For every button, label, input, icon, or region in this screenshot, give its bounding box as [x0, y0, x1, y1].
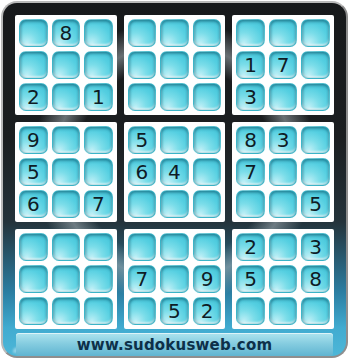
- sudoku-box: 7952: [124, 229, 226, 329]
- sudoku-cell-r9c8[interactable]: [269, 297, 298, 325]
- sudoku-cell-r9c1[interactable]: [19, 297, 48, 325]
- sudoku-board: 8211739567564837579522358: [15, 15, 334, 329]
- sudoku-cell-r3c5[interactable]: [160, 83, 189, 111]
- sudoku-box: 173: [232, 15, 334, 115]
- sudoku-cell-r2c4[interactable]: [128, 51, 157, 79]
- sudoku-cell-r8c5[interactable]: [160, 265, 189, 293]
- sudoku-cell-r5c9[interactable]: [301, 158, 330, 186]
- sudoku-cell-r2c7[interactable]: 1: [236, 51, 265, 79]
- site-link[interactable]: www.sudokusweb.com: [16, 333, 333, 356]
- sudoku-cell-r9c2[interactable]: [52, 297, 81, 325]
- sudoku-box: [15, 229, 117, 329]
- sudoku-cell-r2c3[interactable]: [84, 51, 113, 79]
- sudoku-cell-r2c1[interactable]: [19, 51, 48, 79]
- sudoku-cell-r4c9[interactable]: [301, 126, 330, 154]
- board-frame: 8211739567564837579522358 www.sudokusweb…: [1, 1, 348, 358]
- sudoku-cell-r1c8[interactable]: [269, 19, 298, 47]
- sudoku-cell-r9c6[interactable]: 2: [193, 297, 222, 325]
- sudoku-cell-r5c6[interactable]: [193, 158, 222, 186]
- sudoku-cell-r4c5[interactable]: [160, 126, 189, 154]
- sudoku-cell-r7c2[interactable]: [52, 233, 81, 261]
- sudoku-cell-r2c9[interactable]: [301, 51, 330, 79]
- sudoku-cell-r5c2[interactable]: [52, 158, 81, 186]
- sudoku-cell-r4c7[interactable]: 8: [236, 126, 265, 154]
- sudoku-box: [124, 15, 226, 115]
- sudoku-cell-r4c6[interactable]: [193, 126, 222, 154]
- sudoku-cell-r1c9[interactable]: [301, 19, 330, 47]
- sudoku-cell-r5c4[interactable]: 6: [128, 158, 157, 186]
- sudoku-cell-r9c5[interactable]: 5: [160, 297, 189, 325]
- sudoku-cell-r3c8[interactable]: [269, 83, 298, 111]
- sudoku-cell-r3c2[interactable]: [52, 83, 81, 111]
- sudoku-cell-r7c1[interactable]: [19, 233, 48, 261]
- sudoku-cell-r8c3[interactable]: [84, 265, 113, 293]
- sudoku-cell-r9c3[interactable]: [84, 297, 113, 325]
- sudoku-cell-r3c7[interactable]: 3: [236, 83, 265, 111]
- sudoku-cell-r2c8[interactable]: 7: [269, 51, 298, 79]
- sudoku-cell-r1c6[interactable]: [193, 19, 222, 47]
- sudoku-cell-r3c6[interactable]: [193, 83, 222, 111]
- sudoku-cell-r1c4[interactable]: [128, 19, 157, 47]
- sudoku-box: 2358: [232, 229, 334, 329]
- sudoku-cell-r1c3[interactable]: [84, 19, 113, 47]
- sudoku-cell-r5c1[interactable]: 5: [19, 158, 48, 186]
- sudoku-cell-r3c9[interactable]: [301, 83, 330, 111]
- sudoku-cell-r9c7[interactable]: [236, 297, 265, 325]
- sudoku-cell-r7c3[interactable]: [84, 233, 113, 261]
- sudoku-cell-r2c6[interactable]: [193, 51, 222, 79]
- sudoku-cell-r6c6[interactable]: [193, 190, 222, 218]
- sudoku-cell-r8c1[interactable]: [19, 265, 48, 293]
- sudoku-cell-r5c8[interactable]: [269, 158, 298, 186]
- sudoku-cell-r1c2[interactable]: 8: [52, 19, 81, 47]
- sudoku-cell-r2c5[interactable]: [160, 51, 189, 79]
- sudoku-cell-r1c5[interactable]: [160, 19, 189, 47]
- sudoku-cell-r5c3[interactable]: [84, 158, 113, 186]
- sudoku-cell-r4c2[interactable]: [52, 126, 81, 154]
- sudoku-cell-r8c9[interactable]: 8: [301, 265, 330, 293]
- sudoku-cell-r3c1[interactable]: 2: [19, 83, 48, 111]
- sudoku-cell-r6c4[interactable]: [128, 190, 157, 218]
- sudoku-cell-r4c3[interactable]: [84, 126, 113, 154]
- sudoku-cell-r6c1[interactable]: 6: [19, 190, 48, 218]
- sudoku-cell-r6c5[interactable]: [160, 190, 189, 218]
- sudoku-box: 564: [124, 122, 226, 222]
- sudoku-cell-r9c9[interactable]: [301, 297, 330, 325]
- sudoku-cell-r6c3[interactable]: 7: [84, 190, 113, 218]
- sudoku-cell-r1c1[interactable]: [19, 19, 48, 47]
- sudoku-cell-r8c2[interactable]: [52, 265, 81, 293]
- sudoku-cell-r4c1[interactable]: 9: [19, 126, 48, 154]
- sudoku-cell-r8c6[interactable]: 9: [193, 265, 222, 293]
- sudoku-cell-r5c7[interactable]: 7: [236, 158, 265, 186]
- sudoku-cell-r2c2[interactable]: [52, 51, 81, 79]
- sudoku-cell-r7c6[interactable]: [193, 233, 222, 261]
- sudoku-box: 9567: [15, 122, 117, 222]
- sudoku-cell-r6c2[interactable]: [52, 190, 81, 218]
- sudoku-cell-r9c4[interactable]: [128, 297, 157, 325]
- sudoku-cell-r7c7[interactable]: 2: [236, 233, 265, 261]
- sudoku-cell-r7c8[interactable]: [269, 233, 298, 261]
- sudoku-cell-r1c7[interactable]: [236, 19, 265, 47]
- sudoku-cell-r4c8[interactable]: 3: [269, 126, 298, 154]
- sudoku-cell-r8c7[interactable]: 5: [236, 265, 265, 293]
- sudoku-cell-r7c5[interactable]: [160, 233, 189, 261]
- sudoku-box: 8375: [232, 122, 334, 222]
- sudoku-cell-r6c7[interactable]: [236, 190, 265, 218]
- sudoku-cell-r3c3[interactable]: 1: [84, 83, 113, 111]
- sudoku-cell-r8c8[interactable]: [269, 265, 298, 293]
- sudoku-cell-r6c8[interactable]: [269, 190, 298, 218]
- sudoku-cell-r3c4[interactable]: [128, 83, 157, 111]
- sudoku-box: 821: [15, 15, 117, 115]
- sudoku-cell-r5c5[interactable]: 4: [160, 158, 189, 186]
- sudoku-cell-r6c9[interactable]: 5: [301, 190, 330, 218]
- sudoku-cell-r7c9[interactable]: 3: [301, 233, 330, 261]
- sudoku-cell-r8c4[interactable]: 7: [128, 265, 157, 293]
- sudoku-cell-r7c4[interactable]: [128, 233, 157, 261]
- sudoku-cell-r4c4[interactable]: 5: [128, 126, 157, 154]
